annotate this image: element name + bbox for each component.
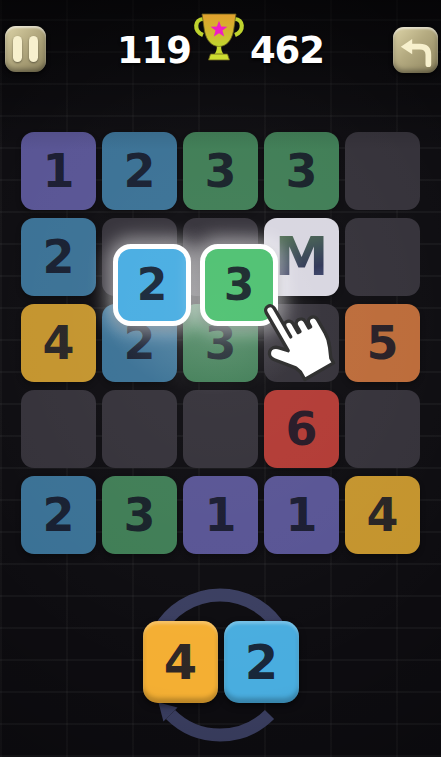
board: 12332M4235623114 (21, 132, 420, 554)
cell-tile-4[interactable]: 4 (345, 476, 420, 554)
cell-tile-2[interactable]: 2 (21, 476, 96, 554)
dragged-tile-2[interactable]: 2 (113, 244, 191, 326)
tile-number: 1 (285, 492, 317, 538)
cell-empty[interactable] (345, 390, 420, 468)
tile-number: 1 (42, 148, 74, 194)
wildcard-m-glyph: M (275, 230, 329, 284)
cell-empty[interactable] (102, 390, 177, 468)
cell-empty[interactable] (21, 390, 96, 468)
dragged-tile-value: 3 (224, 263, 255, 307)
cell-tile-3[interactable]: 3 (102, 476, 177, 554)
cell-tile-1[interactable]: 1 (21, 132, 96, 210)
tile-number: 4 (366, 492, 398, 538)
undo-button[interactable] (393, 27, 438, 73)
next-tile-4[interactable]: 4 (143, 621, 218, 703)
pause-icon (29, 36, 38, 62)
game-screen: 119 462 12332M4235623114 2 3 (0, 0, 441, 757)
undo-icon (397, 31, 435, 69)
cell-tile-5[interactable]: 5 (345, 304, 420, 382)
tile-number: 3 (123, 492, 155, 538)
tile-number: 2 (123, 148, 155, 194)
cell-tile-3[interactable]: 3 (264, 132, 339, 210)
score-best: 462 (227, 29, 347, 72)
pause-icon (13, 36, 22, 62)
cell-tile-2[interactable]: 2 (102, 132, 177, 210)
cell-tile-4[interactable]: 4 (21, 304, 96, 382)
cell-tile-1[interactable]: 1 (264, 476, 339, 554)
cell-tile-6[interactable]: 6 (264, 390, 339, 468)
cell-tile-1[interactable]: 1 (183, 476, 258, 554)
tile-number: 5 (366, 320, 398, 366)
cell-tile-3[interactable]: 3 (183, 132, 258, 210)
cell-empty[interactable] (345, 218, 420, 296)
tile-number: 6 (285, 406, 317, 452)
dragged-tile-value: 2 (137, 263, 168, 307)
cell-empty[interactable] (345, 132, 420, 210)
tile-number: 1 (204, 492, 236, 538)
tile-number: 2 (123, 320, 155, 366)
trophy-stem (215, 47, 224, 55)
dragged-tile-3[interactable]: 3 (200, 244, 278, 326)
tile-number: 4 (42, 320, 74, 366)
tile-number: 2 (42, 492, 74, 538)
cell-tile-2[interactable]: 2 (21, 218, 96, 296)
next-tile-2[interactable]: 2 (224, 621, 299, 703)
tile-number: 2 (42, 234, 74, 280)
tile-number: 3 (204, 320, 236, 366)
tile-number: 3 (285, 148, 317, 194)
next-tile-value: 2 (245, 638, 278, 686)
next-tile-value: 4 (164, 638, 197, 686)
trophy-left-handle (196, 19, 203, 35)
tile-number: 3 (204, 148, 236, 194)
pause-button[interactable] (5, 26, 46, 72)
cell-empty[interactable] (183, 390, 258, 468)
